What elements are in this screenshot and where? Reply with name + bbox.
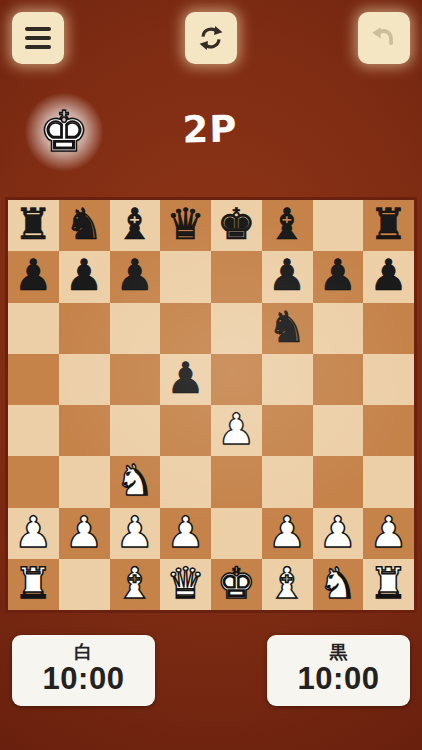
turn-indicator: ♚	[24, 92, 104, 172]
square-c2[interactable]: ♟	[110, 508, 161, 559]
square-d5[interactable]: ♟	[160, 354, 211, 405]
black-rook: ♜	[369, 203, 408, 246]
white-rook: ♜	[14, 562, 53, 605]
black-king: ♚	[217, 203, 256, 246]
black-knight: ♞	[268, 306, 307, 349]
restart-button[interactable]	[185, 12, 237, 64]
white-bishop: ♝	[116, 562, 155, 605]
square-h6[interactable]	[363, 303, 414, 354]
white-pawn: ♟	[166, 511, 205, 554]
square-f3[interactable]	[262, 456, 313, 507]
square-f1[interactable]: ♝	[262, 559, 313, 610]
square-d6[interactable]	[160, 303, 211, 354]
black-pawn: ♟	[116, 254, 155, 297]
square-e2[interactable]	[211, 508, 262, 559]
square-a6[interactable]	[8, 303, 59, 354]
square-e6[interactable]	[211, 303, 262, 354]
square-f5[interactable]	[262, 354, 313, 405]
white-king: ♚	[217, 562, 256, 605]
white-time: 10:00	[43, 662, 125, 696]
square-a4[interactable]	[8, 405, 59, 456]
square-f2[interactable]: ♟	[262, 508, 313, 559]
chess-board: ♜♞♝♛♚♝♜♟♟♟♟♟♟♞♟♟♞♟♟♟♟♟♟♟♜♝♛♚♝♞♜	[8, 200, 414, 610]
square-b3[interactable]	[59, 456, 110, 507]
square-f8[interactable]: ♝	[262, 200, 313, 251]
white-pawn: ♟	[65, 511, 104, 554]
square-c5[interactable]	[110, 354, 161, 405]
square-f7[interactable]: ♟	[262, 251, 313, 302]
square-d3[interactable]	[160, 456, 211, 507]
square-c4[interactable]	[110, 405, 161, 456]
white-pawn: ♟	[14, 511, 53, 554]
black-pawn: ♟	[268, 254, 307, 297]
square-c1[interactable]: ♝	[110, 559, 161, 610]
square-e4[interactable]: ♟	[211, 405, 262, 456]
black-rook: ♜	[14, 203, 53, 246]
undo-arrow-icon	[369, 23, 399, 53]
square-h7[interactable]: ♟	[363, 251, 414, 302]
refresh-icon	[196, 23, 226, 53]
white-knight: ♞	[319, 562, 358, 605]
black-clock-button[interactable]: 黒 10:00	[267, 635, 410, 706]
black-pawn: ♟	[65, 254, 104, 297]
hamburger-icon	[25, 27, 51, 49]
white-pawn: ♟	[116, 511, 155, 554]
square-e3[interactable]	[211, 456, 262, 507]
black-knight: ♞	[65, 203, 104, 246]
square-d7[interactable]	[160, 251, 211, 302]
board-frame: ♜♞♝♛♚♝♜♟♟♟♟♟♟♞♟♟♞♟♟♟♟♟♟♟♜♝♛♚♝♞♜	[5, 197, 417, 613]
square-d4[interactable]	[160, 405, 211, 456]
white-pawn: ♟	[319, 511, 358, 554]
square-a1[interactable]: ♜	[8, 559, 59, 610]
square-h1[interactable]: ♜	[363, 559, 414, 610]
square-h2[interactable]: ♟	[363, 508, 414, 559]
square-c7[interactable]: ♟	[110, 251, 161, 302]
square-a3[interactable]	[8, 456, 59, 507]
undo-button[interactable]	[358, 12, 410, 64]
square-a2[interactable]: ♟	[8, 508, 59, 559]
square-h8[interactable]: ♜	[363, 200, 414, 251]
white-bishop: ♝	[268, 562, 307, 605]
black-bishop: ♝	[268, 203, 307, 246]
white-king-icon: ♚	[39, 104, 89, 160]
app-screen: ♚ 2P ♜♞♝♛♚♝♜♟♟♟♟♟♟♞♟♟♞♟♟♟♟♟♟♟♜♝♛♚♝♞♜ 白 1…	[0, 0, 422, 750]
square-g5[interactable]	[313, 354, 364, 405]
black-pawn: ♟	[14, 254, 53, 297]
square-g8[interactable]	[313, 200, 364, 251]
square-b4[interactable]	[59, 405, 110, 456]
square-a7[interactable]: ♟	[8, 251, 59, 302]
black-time: 10:00	[298, 662, 380, 696]
square-f6[interactable]: ♞	[262, 303, 313, 354]
square-c8[interactable]: ♝	[110, 200, 161, 251]
white-knight: ♞	[116, 459, 155, 502]
square-e1[interactable]: ♚	[211, 559, 262, 610]
square-b6[interactable]	[59, 303, 110, 354]
square-d1[interactable]: ♛	[160, 559, 211, 610]
square-c3[interactable]: ♞	[110, 456, 161, 507]
square-b7[interactable]: ♟	[59, 251, 110, 302]
square-g4[interactable]	[313, 405, 364, 456]
white-label: 白	[75, 643, 93, 663]
black-pawn: ♟	[166, 357, 205, 400]
square-h5[interactable]	[363, 354, 414, 405]
menu-button[interactable]	[12, 12, 64, 64]
mode-label: 2P	[150, 107, 271, 152]
square-h3[interactable]	[363, 456, 414, 507]
black-pawn: ♟	[319, 254, 358, 297]
square-e5[interactable]	[211, 354, 262, 405]
square-d8[interactable]: ♛	[160, 200, 211, 251]
square-e8[interactable]: ♚	[211, 200, 262, 251]
square-b2[interactable]: ♟	[59, 508, 110, 559]
square-a5[interactable]	[8, 354, 59, 405]
square-g7[interactable]: ♟	[313, 251, 364, 302]
square-g3[interactable]	[313, 456, 364, 507]
black-label: 黒	[330, 643, 348, 663]
black-bishop: ♝	[116, 203, 155, 246]
black-queen: ♛	[166, 203, 205, 246]
square-b5[interactable]	[59, 354, 110, 405]
square-h4[interactable]	[363, 405, 414, 456]
black-pawn: ♟	[369, 254, 408, 297]
square-b8[interactable]: ♞	[59, 200, 110, 251]
white-pawn: ♟	[217, 408, 256, 451]
square-e7[interactable]	[211, 251, 262, 302]
square-g6[interactable]	[313, 303, 364, 354]
square-b1[interactable]	[59, 559, 110, 610]
square-f4[interactable]	[262, 405, 313, 456]
white-pawn: ♟	[268, 511, 307, 554]
square-g1[interactable]: ♞	[313, 559, 364, 610]
white-rook: ♜	[369, 562, 408, 605]
square-d2[interactable]: ♟	[160, 508, 211, 559]
white-pawn: ♟	[369, 511, 408, 554]
square-a8[interactable]: ♜	[8, 200, 59, 251]
square-g2[interactable]: ♟	[313, 508, 364, 559]
square-c6[interactable]	[110, 303, 161, 354]
white-queen: ♛	[166, 562, 205, 605]
white-clock-button[interactable]: 白 10:00	[12, 635, 155, 706]
